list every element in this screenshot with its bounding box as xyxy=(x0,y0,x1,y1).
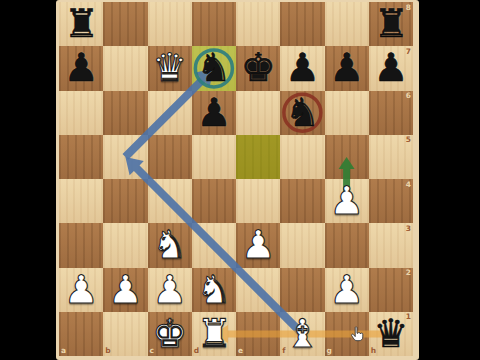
white-pawn-c2[interactable]: ♟ xyxy=(148,268,192,312)
square-g5[interactable] xyxy=(325,135,369,179)
black-pawn-d6[interactable]: ♟ xyxy=(192,91,236,135)
black-pawn-h7[interactable]: ♟ xyxy=(369,46,413,90)
rank-label-4: 4 xyxy=(406,181,411,189)
lastmove-highlight-e5 xyxy=(236,135,280,179)
black-pawn-a7[interactable]: ♟ xyxy=(59,46,103,90)
square-g3[interactable] xyxy=(325,223,369,267)
square-a6[interactable] xyxy=(59,91,103,135)
rank-label-5: 5 xyxy=(406,136,411,144)
square-e4[interactable] xyxy=(236,179,280,223)
square-e5[interactable] xyxy=(236,135,280,179)
black-knight-f6[interactable]: ♞ xyxy=(280,91,324,135)
square-b7[interactable] xyxy=(103,46,147,90)
square-b3[interactable] xyxy=(103,223,147,267)
black-rook-a8[interactable]: ♜ xyxy=(59,2,103,46)
rank-label-3: 3 xyxy=(406,225,411,233)
black-queen-h1[interactable]: ♛ xyxy=(369,312,413,356)
square-c4[interactable] xyxy=(148,179,192,223)
square-d4[interactable] xyxy=(192,179,236,223)
rank-label-6: 6 xyxy=(406,92,411,100)
square-a4[interactable] xyxy=(59,179,103,223)
square-a3[interactable] xyxy=(59,223,103,267)
chess-video-frame: 8765432abcdefg1h ♜♜♟♛♞♚♟♟♟♟♞♟♞♟♟♟♟♞♟♚♜♝♛ xyxy=(0,0,480,360)
square-e6[interactable] xyxy=(236,91,280,135)
square-g8[interactable] xyxy=(325,2,369,46)
black-pawn-g7[interactable]: ♟ xyxy=(325,46,369,90)
black-rook-h8[interactable]: ♜ xyxy=(369,2,413,46)
square-g6[interactable] xyxy=(325,91,369,135)
square-e2[interactable] xyxy=(236,268,280,312)
square-g1[interactable]: g xyxy=(325,312,369,356)
white-king-c1[interactable]: ♚ xyxy=(148,312,192,356)
square-f2[interactable] xyxy=(280,268,324,312)
square-d3[interactable] xyxy=(192,223,236,267)
square-b6[interactable] xyxy=(103,91,147,135)
white-pawn-b2[interactable]: ♟ xyxy=(103,268,147,312)
square-c8[interactable] xyxy=(148,2,192,46)
square-f4[interactable] xyxy=(280,179,324,223)
square-b1[interactable]: b xyxy=(103,312,147,356)
square-h4[interactable]: 4 xyxy=(369,179,413,223)
square-h6[interactable]: 6 xyxy=(369,91,413,135)
square-f5[interactable] xyxy=(280,135,324,179)
black-pawn-f7[interactable]: ♟ xyxy=(280,46,324,90)
board-frame: 8765432abcdefg1h ♜♜♟♛♞♚♟♟♟♟♞♟♞♟♟♟♟♞♟♚♜♝♛ xyxy=(56,0,419,360)
letterbox-left xyxy=(0,0,56,360)
square-d8[interactable] xyxy=(192,2,236,46)
square-b4[interactable] xyxy=(103,179,147,223)
white-bishop-f1[interactable]: ♝ xyxy=(280,312,324,356)
white-pawn-g2[interactable]: ♟ xyxy=(325,268,369,312)
file-label-a: a xyxy=(61,347,66,355)
white-knight-d2[interactable]: ♞ xyxy=(192,268,236,312)
white-pawn-a2[interactable]: ♟ xyxy=(59,268,103,312)
square-d5[interactable] xyxy=(192,135,236,179)
rank-label-2: 2 xyxy=(406,269,411,277)
square-e1[interactable]: e xyxy=(236,312,280,356)
square-f3[interactable] xyxy=(280,223,324,267)
file-label-e: e xyxy=(238,347,243,355)
white-queen-c7[interactable]: ♛ xyxy=(148,46,192,90)
square-h5[interactable]: 5 xyxy=(369,135,413,179)
white-pawn-g4[interactable]: ♟ xyxy=(325,179,369,223)
square-b8[interactable] xyxy=(103,2,147,46)
square-h2[interactable]: 2 xyxy=(369,268,413,312)
square-e8[interactable] xyxy=(236,2,280,46)
square-f8[interactable] xyxy=(280,2,324,46)
letterbox-right xyxy=(419,0,480,360)
square-b5[interactable] xyxy=(103,135,147,179)
square-h3[interactable]: 3 xyxy=(369,223,413,267)
black-king-e7[interactable]: ♚ xyxy=(236,46,280,90)
square-c6[interactable] xyxy=(148,91,192,135)
file-label-b: b xyxy=(105,347,110,355)
square-c5[interactable] xyxy=(148,135,192,179)
square-a5[interactable] xyxy=(59,135,103,179)
square-a1[interactable]: a xyxy=(59,312,103,356)
file-label-g: g xyxy=(327,347,332,355)
white-knight-c3[interactable]: ♞ xyxy=(148,223,192,267)
white-pawn-e3[interactable]: ♟ xyxy=(236,223,280,267)
black-knight-d7[interactable]: ♞ xyxy=(192,46,236,90)
white-rook-d1[interactable]: ♜ xyxy=(192,312,236,356)
chess-board[interactable]: 8765432abcdefg1h ♜♜♟♛♞♚♟♟♟♟♞♟♞♟♟♟♟♞♟♚♜♝♛ xyxy=(59,2,413,356)
